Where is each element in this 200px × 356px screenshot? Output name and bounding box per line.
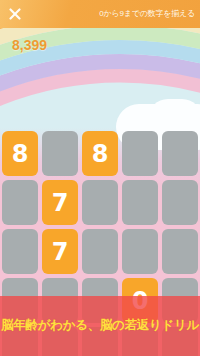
tile-r2c5[interactable]: [162, 180, 198, 225]
tile-r2c3[interactable]: [82, 180, 118, 225]
app-screen: 88770 脳年齢がわかる、脳の若返りドリル 0から9までの数字を揃える 8,3…: [0, 0, 200, 356]
tile-r2c1[interactable]: [2, 180, 38, 225]
header-bar: 0から9までの数字を揃える: [0, 0, 200, 28]
tile-r2c2[interactable]: 7: [42, 180, 78, 225]
tile-r3c3[interactable]: [82, 229, 118, 274]
ad-banner[interactable]: 脳年齢がわかる、脳の若返りドリル: [0, 296, 200, 356]
tile-r1c5[interactable]: [162, 131, 198, 176]
tile-r2c4[interactable]: [122, 180, 158, 225]
tile-r1c1[interactable]: 8: [2, 131, 38, 176]
tile-r3c2[interactable]: 7: [42, 229, 78, 274]
tile-r3c5[interactable]: [162, 229, 198, 274]
tile-r1c3[interactable]: 8: [82, 131, 118, 176]
tile-r3c1[interactable]: [2, 229, 38, 274]
tile-r1c2[interactable]: [42, 131, 78, 176]
ad-banner-text: 脳年齢がわかる、脳の若返りドリル: [0, 317, 200, 334]
tile-r1c4[interactable]: [122, 131, 158, 176]
tile-r3c4[interactable]: [122, 229, 158, 274]
header-title: 0から9までの数字を揃える: [99, 9, 195, 19]
score-value: 8,399: [12, 37, 47, 53]
close-icon[interactable]: [8, 7, 22, 21]
